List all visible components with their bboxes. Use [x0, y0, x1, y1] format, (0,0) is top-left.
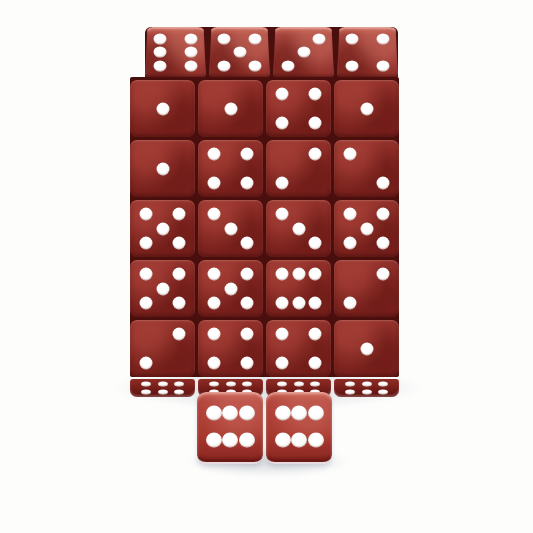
- die-top-face-1: [145, 27, 206, 77]
- pip: [360, 222, 373, 235]
- pip: [275, 297, 288, 310]
- pip: [376, 33, 389, 44]
- pip: [173, 207, 186, 220]
- die-front-face-r1c4: [334, 80, 399, 137]
- pip: [173, 237, 186, 250]
- die-front-face-r3c4: [334, 200, 399, 257]
- pip: [207, 357, 220, 370]
- pip: [282, 60, 295, 71]
- pip: [294, 382, 304, 387]
- pip: [224, 282, 237, 295]
- pip: [309, 297, 322, 310]
- pip: [297, 47, 310, 58]
- pip: [309, 327, 322, 340]
- pip: [241, 177, 254, 190]
- front-die-top-face-1: [197, 392, 263, 464]
- pip: [209, 382, 219, 387]
- die-front-face-r2c1: [130, 140, 195, 197]
- pip: [233, 47, 246, 58]
- pip: [173, 267, 186, 280]
- pip: [241, 237, 254, 250]
- pip: [222, 406, 238, 421]
- pip: [184, 60, 197, 71]
- pip: [275, 177, 288, 190]
- pip: [156, 102, 169, 115]
- pip: [226, 382, 236, 387]
- front-dice-pair: [197, 392, 332, 464]
- pip: [377, 177, 390, 190]
- pip: [158, 382, 168, 387]
- pip: [360, 342, 373, 355]
- die-front-face-r1c2: [198, 80, 263, 137]
- pip: [241, 327, 254, 340]
- pip: [310, 382, 320, 387]
- pip: [362, 382, 372, 387]
- pip: [224, 222, 237, 235]
- pip: [377, 237, 390, 250]
- pip: [158, 389, 168, 394]
- die-front-face-r1c3: [266, 80, 331, 137]
- pip: [207, 267, 220, 280]
- pip: [275, 357, 288, 370]
- pip: [174, 389, 184, 394]
- pip: [343, 147, 356, 160]
- pip: [184, 33, 197, 44]
- pip: [206, 432, 222, 447]
- block-back-row-top-faces: [145, 27, 398, 77]
- die-top-face-2: [209, 27, 270, 77]
- pip: [141, 382, 151, 387]
- pip: [292, 297, 305, 310]
- dice-product-photo: [0, 0, 533, 533]
- pip: [207, 297, 220, 310]
- pip: [207, 207, 220, 220]
- pip: [346, 33, 359, 44]
- die-front-face-r1c1: [130, 80, 195, 137]
- pip: [309, 237, 322, 250]
- die-front-face-r3c2: [198, 200, 263, 257]
- die-front-face-r2c4: [334, 140, 399, 197]
- die-front-face-r5c2: [198, 320, 263, 377]
- pip: [378, 389, 388, 394]
- pip: [275, 87, 288, 100]
- pip: [275, 207, 288, 220]
- pip: [207, 147, 220, 160]
- die-front-face-r5c4: [334, 320, 399, 377]
- die-top-face-4: [337, 27, 398, 77]
- pip: [207, 327, 220, 340]
- dice-block: [130, 27, 399, 397]
- die-front-face-r4c4: [334, 260, 399, 317]
- pip: [242, 382, 252, 387]
- pip: [275, 117, 288, 130]
- die-bottom-edge-face-1: [130, 379, 195, 397]
- pip: [241, 357, 254, 370]
- pip: [218, 60, 231, 71]
- block-front-faces: [130, 77, 399, 377]
- pip: [174, 382, 184, 387]
- pip: [156, 222, 169, 235]
- pip: [312, 33, 325, 44]
- die-front-face-r5c1: [130, 320, 195, 377]
- die-top-face-3: [273, 27, 334, 77]
- pip: [360, 102, 373, 115]
- pip: [309, 87, 322, 100]
- pip: [207, 177, 220, 190]
- die-front-face-r2c2: [198, 140, 263, 197]
- pip: [248, 33, 261, 44]
- pip: [139, 267, 152, 280]
- die-front-face-r3c1: [130, 200, 195, 257]
- die-front-face-r3c3: [266, 200, 331, 257]
- pip: [218, 33, 231, 44]
- pip: [343, 237, 356, 250]
- die-bottom-edge-face-4: [334, 379, 399, 397]
- pip: [277, 382, 287, 387]
- pip: [308, 432, 324, 447]
- die-front-face-r5c3: [266, 320, 331, 377]
- pip: [139, 297, 152, 310]
- pip: [378, 382, 388, 387]
- pip: [154, 60, 167, 71]
- pip: [184, 47, 197, 58]
- pip: [377, 207, 390, 220]
- pip: [239, 406, 255, 421]
- pip: [275, 406, 291, 421]
- pip: [239, 432, 255, 447]
- pip: [309, 357, 322, 370]
- pip: [292, 267, 305, 280]
- pip: [275, 327, 288, 340]
- die-front-face-r4c3: [266, 260, 331, 317]
- pip: [345, 382, 355, 387]
- pip: [156, 162, 169, 175]
- pip: [291, 406, 307, 421]
- pip: [275, 432, 291, 447]
- pip: [241, 147, 254, 160]
- pip: [291, 432, 307, 447]
- pip: [377, 267, 390, 280]
- pip: [376, 60, 389, 71]
- pip: [362, 389, 372, 394]
- pip: [141, 389, 151, 394]
- pip: [139, 357, 152, 370]
- die-front-face-r4c1: [130, 260, 195, 317]
- pip: [241, 297, 254, 310]
- pip: [173, 327, 186, 340]
- pip: [139, 237, 152, 250]
- pip: [275, 267, 288, 280]
- pip: [309, 117, 322, 130]
- front-die-top-face-2: [266, 392, 332, 464]
- pip: [343, 207, 356, 220]
- pip: [248, 60, 261, 71]
- pip: [292, 222, 305, 235]
- pip: [154, 47, 167, 58]
- pip: [173, 297, 186, 310]
- pip: [224, 102, 237, 115]
- pip: [139, 207, 152, 220]
- die-front-face-r4c2: [198, 260, 263, 317]
- pip: [309, 147, 322, 160]
- pip: [346, 60, 359, 71]
- pip: [241, 267, 254, 280]
- pip: [309, 267, 322, 280]
- pip: [154, 33, 167, 44]
- pip: [345, 389, 355, 394]
- die-front-face-r2c3: [266, 140, 331, 197]
- pip: [343, 297, 356, 310]
- pip: [308, 406, 324, 421]
- pip: [222, 432, 238, 447]
- pip: [156, 282, 169, 295]
- pip: [206, 406, 222, 421]
